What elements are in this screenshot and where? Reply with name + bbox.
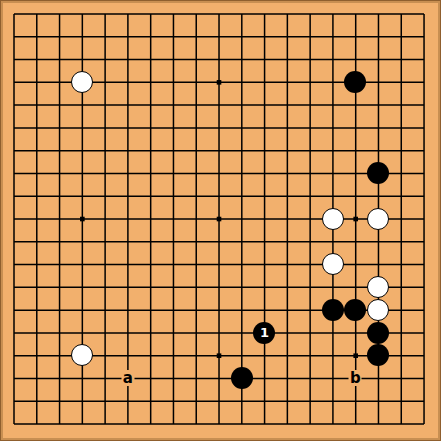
intersection-A12[interactable]: [3, 162, 26, 185]
intersection-Q8[interactable]: [344, 253, 367, 276]
intersection-S11[interactable]: [390, 185, 413, 208]
intersection-H6[interactable]: [162, 299, 185, 322]
intersection-D10[interactable]: [71, 208, 94, 231]
intersection-Q14[interactable]: [344, 116, 367, 139]
intersection-B10[interactable]: [25, 208, 48, 231]
intersection-B1[interactable]: [25, 412, 48, 435]
intersection-C12[interactable]: [48, 162, 71, 185]
intersection-O9[interactable]: [299, 230, 322, 253]
intersection-T9[interactable]: [412, 230, 435, 253]
intersection-R12[interactable]: [367, 162, 390, 185]
intersection-S3[interactable]: [390, 367, 413, 390]
intersection-A15[interactable]: [3, 94, 26, 117]
intersection-Q10[interactable]: [344, 208, 367, 231]
intersection-S18[interactable]: [390, 25, 413, 48]
intersection-J2[interactable]: [185, 390, 208, 413]
intersection-F4[interactable]: [116, 344, 139, 367]
intersection-P13[interactable]: [321, 139, 344, 162]
intersection-O16[interactable]: [299, 71, 322, 94]
intersection-R10[interactable]: [367, 208, 390, 231]
intersection-J4[interactable]: [185, 344, 208, 367]
intersection-C8[interactable]: [48, 253, 71, 276]
intersection-G2[interactable]: [139, 390, 162, 413]
intersection-Q13[interactable]: [344, 139, 367, 162]
intersection-H17[interactable]: [162, 48, 185, 71]
intersection-B3[interactable]: [25, 367, 48, 390]
intersection-S19[interactable]: [390, 3, 413, 26]
intersection-A9[interactable]: [3, 230, 26, 253]
intersection-J18[interactable]: [185, 25, 208, 48]
intersection-P14[interactable]: [321, 116, 344, 139]
intersection-J12[interactable]: [185, 162, 208, 185]
intersection-N18[interactable]: [276, 25, 299, 48]
intersection-R11[interactable]: [367, 185, 390, 208]
intersection-A7[interactable]: [3, 276, 26, 299]
intersection-T4[interactable]: [412, 344, 435, 367]
intersection-Q2[interactable]: [344, 390, 367, 413]
intersection-N14[interactable]: [276, 116, 299, 139]
intersection-C9[interactable]: [48, 230, 71, 253]
intersection-M14[interactable]: [253, 116, 276, 139]
intersection-A6[interactable]: [3, 299, 26, 322]
intersection-G6[interactable]: [139, 299, 162, 322]
intersection-O10[interactable]: [299, 208, 322, 231]
intersection-B17[interactable]: [25, 48, 48, 71]
intersection-K5[interactable]: [208, 321, 231, 344]
intersection-F6[interactable]: [116, 299, 139, 322]
intersection-T12[interactable]: [412, 162, 435, 185]
intersection-E19[interactable]: [94, 3, 117, 26]
intersection-P1[interactable]: [321, 412, 344, 435]
intersection-O8[interactable]: [299, 253, 322, 276]
intersection-H12[interactable]: [162, 162, 185, 185]
intersection-H7[interactable]: [162, 276, 185, 299]
intersection-H10[interactable]: [162, 208, 185, 231]
intersection-A13[interactable]: [3, 139, 26, 162]
intersection-G9[interactable]: [139, 230, 162, 253]
intersection-L11[interactable]: [230, 185, 253, 208]
intersection-E18[interactable]: [94, 25, 117, 48]
intersection-H8[interactable]: [162, 253, 185, 276]
intersection-S6[interactable]: [390, 299, 413, 322]
intersection-K19[interactable]: [208, 3, 231, 26]
intersection-L9[interactable]: [230, 230, 253, 253]
intersection-D1[interactable]: [71, 412, 94, 435]
intersection-T8[interactable]: [412, 253, 435, 276]
intersection-S7[interactable]: [390, 276, 413, 299]
intersection-R17[interactable]: [367, 48, 390, 71]
intersection-F5[interactable]: [116, 321, 139, 344]
intersection-K12[interactable]: [208, 162, 231, 185]
intersection-M2[interactable]: [253, 390, 276, 413]
intersection-J13[interactable]: [185, 139, 208, 162]
intersection-D12[interactable]: [71, 162, 94, 185]
intersection-N7[interactable]: [276, 276, 299, 299]
intersection-N6[interactable]: [276, 299, 299, 322]
intersection-Q16[interactable]: [344, 71, 367, 94]
intersection-S16[interactable]: [390, 71, 413, 94]
intersection-M13[interactable]: [253, 139, 276, 162]
intersection-P15[interactable]: [321, 94, 344, 117]
intersection-P2[interactable]: [321, 390, 344, 413]
intersection-M18[interactable]: [253, 25, 276, 48]
intersection-R4[interactable]: [367, 344, 390, 367]
intersection-P10[interactable]: [321, 208, 344, 231]
intersection-F16[interactable]: [116, 71, 139, 94]
intersection-Q15[interactable]: [344, 94, 367, 117]
intersection-H13[interactable]: [162, 139, 185, 162]
intersection-B7[interactable]: [25, 276, 48, 299]
intersection-S1[interactable]: [390, 412, 413, 435]
intersection-O18[interactable]: [299, 25, 322, 48]
intersection-F13[interactable]: [116, 139, 139, 162]
intersection-Q6[interactable]: [344, 299, 367, 322]
intersection-D3[interactable]: [71, 367, 94, 390]
intersection-O5[interactable]: [299, 321, 322, 344]
intersection-A11[interactable]: [3, 185, 26, 208]
intersection-A18[interactable]: [3, 25, 26, 48]
intersection-P8[interactable]: [321, 253, 344, 276]
intersection-F3[interactable]: a: [116, 367, 139, 390]
intersection-O11[interactable]: [299, 185, 322, 208]
intersection-N5[interactable]: [276, 321, 299, 344]
intersection-D5[interactable]: [71, 321, 94, 344]
intersection-O2[interactable]: [299, 390, 322, 413]
intersection-F19[interactable]: [116, 3, 139, 26]
intersection-H2[interactable]: [162, 390, 185, 413]
intersection-E15[interactable]: [94, 94, 117, 117]
intersection-R6[interactable]: [367, 299, 390, 322]
intersection-O4[interactable]: [299, 344, 322, 367]
intersection-R18[interactable]: [367, 25, 390, 48]
intersection-H15[interactable]: [162, 94, 185, 117]
intersection-P6[interactable]: [321, 299, 344, 322]
intersection-A10[interactable]: [3, 208, 26, 231]
intersection-G3[interactable]: [139, 367, 162, 390]
intersection-S12[interactable]: [390, 162, 413, 185]
intersection-G7[interactable]: [139, 276, 162, 299]
intersection-A4[interactable]: [3, 344, 26, 367]
intersection-J5[interactable]: [185, 321, 208, 344]
intersection-D7[interactable]: [71, 276, 94, 299]
intersection-F10[interactable]: [116, 208, 139, 231]
intersection-K15[interactable]: [208, 94, 231, 117]
intersection-T2[interactable]: [412, 390, 435, 413]
intersection-D19[interactable]: [71, 3, 94, 26]
intersection-G5[interactable]: [139, 321, 162, 344]
intersection-E11[interactable]: [94, 185, 117, 208]
intersection-S13[interactable]: [390, 139, 413, 162]
intersection-H3[interactable]: [162, 367, 185, 390]
intersection-T15[interactable]: [412, 94, 435, 117]
intersection-C3[interactable]: [48, 367, 71, 390]
intersection-B2[interactable]: [25, 390, 48, 413]
intersection-P17[interactable]: [321, 48, 344, 71]
intersection-C7[interactable]: [48, 276, 71, 299]
intersection-G15[interactable]: [139, 94, 162, 117]
intersection-A3[interactable]: [3, 367, 26, 390]
intersection-E13[interactable]: [94, 139, 117, 162]
intersection-T7[interactable]: [412, 276, 435, 299]
intersection-J16[interactable]: [185, 71, 208, 94]
intersection-L1[interactable]: [230, 412, 253, 435]
intersection-H11[interactable]: [162, 185, 185, 208]
intersection-K4[interactable]: [208, 344, 231, 367]
intersection-J3[interactable]: [185, 367, 208, 390]
intersection-N16[interactable]: [276, 71, 299, 94]
intersection-M3[interactable]: [253, 367, 276, 390]
intersection-O7[interactable]: [299, 276, 322, 299]
intersection-C15[interactable]: [48, 94, 71, 117]
intersection-Q3[interactable]: b: [344, 367, 367, 390]
intersection-B8[interactable]: [25, 253, 48, 276]
intersection-S4[interactable]: [390, 344, 413, 367]
intersection-L18[interactable]: [230, 25, 253, 48]
intersection-G19[interactable]: [139, 3, 162, 26]
intersection-R5[interactable]: [367, 321, 390, 344]
intersection-L7[interactable]: [230, 276, 253, 299]
intersection-L19[interactable]: [230, 3, 253, 26]
intersection-N11[interactable]: [276, 185, 299, 208]
intersection-Q1[interactable]: [344, 412, 367, 435]
intersection-C13[interactable]: [48, 139, 71, 162]
intersection-L6[interactable]: [230, 299, 253, 322]
intersection-L5[interactable]: [230, 321, 253, 344]
intersection-K1[interactable]: [208, 412, 231, 435]
intersection-O15[interactable]: [299, 94, 322, 117]
intersection-C4[interactable]: [48, 344, 71, 367]
intersection-E14[interactable]: [94, 116, 117, 139]
intersection-N13[interactable]: [276, 139, 299, 162]
intersection-L8[interactable]: [230, 253, 253, 276]
intersection-J1[interactable]: [185, 412, 208, 435]
intersection-M11[interactable]: [253, 185, 276, 208]
intersection-C10[interactable]: [48, 208, 71, 231]
intersection-T13[interactable]: [412, 139, 435, 162]
intersection-L15[interactable]: [230, 94, 253, 117]
intersection-E7[interactable]: [94, 276, 117, 299]
intersection-S9[interactable]: [390, 230, 413, 253]
intersection-N10[interactable]: [276, 208, 299, 231]
intersection-T5[interactable]: [412, 321, 435, 344]
intersection-E10[interactable]: [94, 208, 117, 231]
intersection-O6[interactable]: [299, 299, 322, 322]
intersection-G10[interactable]: [139, 208, 162, 231]
intersection-Q17[interactable]: [344, 48, 367, 71]
intersection-L2[interactable]: [230, 390, 253, 413]
intersection-B12[interactable]: [25, 162, 48, 185]
intersection-B5[interactable]: [25, 321, 48, 344]
intersection-P4[interactable]: [321, 344, 344, 367]
intersection-K6[interactable]: [208, 299, 231, 322]
intersection-B11[interactable]: [25, 185, 48, 208]
intersection-G13[interactable]: [139, 139, 162, 162]
intersection-O12[interactable]: [299, 162, 322, 185]
intersection-P18[interactable]: [321, 25, 344, 48]
intersection-B4[interactable]: [25, 344, 48, 367]
intersection-R9[interactable]: [367, 230, 390, 253]
intersection-C6[interactable]: [48, 299, 71, 322]
intersection-M16[interactable]: [253, 71, 276, 94]
intersection-L3[interactable]: [230, 367, 253, 390]
intersection-C16[interactable]: [48, 71, 71, 94]
intersection-Q18[interactable]: [344, 25, 367, 48]
intersection-R7[interactable]: [367, 276, 390, 299]
intersection-K9[interactable]: [208, 230, 231, 253]
intersection-N1[interactable]: [276, 412, 299, 435]
intersection-D13[interactable]: [71, 139, 94, 162]
intersection-Q9[interactable]: [344, 230, 367, 253]
intersection-R2[interactable]: [367, 390, 390, 413]
intersection-R14[interactable]: [367, 116, 390, 139]
intersection-K10[interactable]: [208, 208, 231, 231]
intersection-K11[interactable]: [208, 185, 231, 208]
intersection-N12[interactable]: [276, 162, 299, 185]
intersection-J17[interactable]: [185, 48, 208, 71]
intersection-J8[interactable]: [185, 253, 208, 276]
intersection-T18[interactable]: [412, 25, 435, 48]
intersection-M1[interactable]: [253, 412, 276, 435]
intersection-G1[interactable]: [139, 412, 162, 435]
intersection-M6[interactable]: [253, 299, 276, 322]
intersection-E1[interactable]: [94, 412, 117, 435]
intersection-D11[interactable]: [71, 185, 94, 208]
intersection-K2[interactable]: [208, 390, 231, 413]
intersection-K7[interactable]: [208, 276, 231, 299]
intersection-T11[interactable]: [412, 185, 435, 208]
intersection-T16[interactable]: [412, 71, 435, 94]
intersection-K18[interactable]: [208, 25, 231, 48]
intersection-C18[interactable]: [48, 25, 71, 48]
intersection-C19[interactable]: [48, 3, 71, 26]
intersection-N17[interactable]: [276, 48, 299, 71]
intersection-C1[interactable]: [48, 412, 71, 435]
intersection-B19[interactable]: [25, 3, 48, 26]
intersection-O1[interactable]: [299, 412, 322, 435]
intersection-J11[interactable]: [185, 185, 208, 208]
intersection-T3[interactable]: [412, 367, 435, 390]
intersection-R8[interactable]: [367, 253, 390, 276]
intersection-A2[interactable]: [3, 390, 26, 413]
intersection-O14[interactable]: [299, 116, 322, 139]
intersection-G8[interactable]: [139, 253, 162, 276]
intersection-E4[interactable]: [94, 344, 117, 367]
intersection-Q5[interactable]: [344, 321, 367, 344]
intersection-Q4[interactable]: [344, 344, 367, 367]
intersection-H14[interactable]: [162, 116, 185, 139]
intersection-M12[interactable]: [253, 162, 276, 185]
intersection-N15[interactable]: [276, 94, 299, 117]
intersection-L12[interactable]: [230, 162, 253, 185]
intersection-E9[interactable]: [94, 230, 117, 253]
intersection-H19[interactable]: [162, 3, 185, 26]
intersection-D6[interactable]: [71, 299, 94, 322]
intersection-M7[interactable]: [253, 276, 276, 299]
intersection-M19[interactable]: [253, 3, 276, 26]
intersection-R13[interactable]: [367, 139, 390, 162]
intersection-E3[interactable]: [94, 367, 117, 390]
intersection-L17[interactable]: [230, 48, 253, 71]
intersection-K8[interactable]: [208, 253, 231, 276]
intersection-M10[interactable]: [253, 208, 276, 231]
intersection-E6[interactable]: [94, 299, 117, 322]
intersection-J19[interactable]: [185, 3, 208, 26]
intersection-P12[interactable]: [321, 162, 344, 185]
intersection-S2[interactable]: [390, 390, 413, 413]
intersection-F17[interactable]: [116, 48, 139, 71]
intersection-K13[interactable]: [208, 139, 231, 162]
intersection-Q7[interactable]: [344, 276, 367, 299]
intersection-H4[interactable]: [162, 344, 185, 367]
intersection-E8[interactable]: [94, 253, 117, 276]
intersection-M15[interactable]: [253, 94, 276, 117]
intersection-F2[interactable]: [116, 390, 139, 413]
intersection-D14[interactable]: [71, 116, 94, 139]
intersection-Q19[interactable]: [344, 3, 367, 26]
intersection-R16[interactable]: [367, 71, 390, 94]
intersection-S5[interactable]: [390, 321, 413, 344]
intersection-A19[interactable]: [3, 3, 26, 26]
intersection-S14[interactable]: [390, 116, 413, 139]
intersection-P7[interactable]: [321, 276, 344, 299]
intersection-P5[interactable]: [321, 321, 344, 344]
intersection-C5[interactable]: [48, 321, 71, 344]
intersection-E17[interactable]: [94, 48, 117, 71]
intersection-J14[interactable]: [185, 116, 208, 139]
intersection-A16[interactable]: [3, 71, 26, 94]
intersection-F18[interactable]: [116, 25, 139, 48]
intersection-J6[interactable]: [185, 299, 208, 322]
intersection-G4[interactable]: [139, 344, 162, 367]
intersection-A8[interactable]: [3, 253, 26, 276]
intersection-F15[interactable]: [116, 94, 139, 117]
intersection-T1[interactable]: [412, 412, 435, 435]
intersection-C17[interactable]: [48, 48, 71, 71]
intersection-B16[interactable]: [25, 71, 48, 94]
intersection-G12[interactable]: [139, 162, 162, 185]
intersection-A1[interactable]: [3, 412, 26, 435]
intersection-G17[interactable]: [139, 48, 162, 71]
intersection-P16[interactable]: [321, 71, 344, 94]
intersection-O19[interactable]: [299, 3, 322, 26]
intersection-D8[interactable]: [71, 253, 94, 276]
intersection-O17[interactable]: [299, 48, 322, 71]
intersection-B14[interactable]: [25, 116, 48, 139]
intersection-R3[interactable]: [367, 367, 390, 390]
intersection-B6[interactable]: [25, 299, 48, 322]
intersection-N19[interactable]: [276, 3, 299, 26]
intersection-A14[interactable]: [3, 116, 26, 139]
intersection-T17[interactable]: [412, 48, 435, 71]
intersection-M17[interactable]: [253, 48, 276, 71]
intersection-E5[interactable]: [94, 321, 117, 344]
intersection-N8[interactable]: [276, 253, 299, 276]
intersection-N3[interactable]: [276, 367, 299, 390]
intersection-R15[interactable]: [367, 94, 390, 117]
intersection-K16[interactable]: [208, 71, 231, 94]
intersection-T10[interactable]: [412, 208, 435, 231]
intersection-P11[interactable]: [321, 185, 344, 208]
intersection-K14[interactable]: [208, 116, 231, 139]
intersection-R19[interactable]: [367, 3, 390, 26]
intersection-B15[interactable]: [25, 94, 48, 117]
intersection-F12[interactable]: [116, 162, 139, 185]
intersection-A5[interactable]: [3, 321, 26, 344]
intersection-L14[interactable]: [230, 116, 253, 139]
intersection-C14[interactable]: [48, 116, 71, 139]
intersection-K17[interactable]: [208, 48, 231, 71]
intersection-Q12[interactable]: [344, 162, 367, 185]
